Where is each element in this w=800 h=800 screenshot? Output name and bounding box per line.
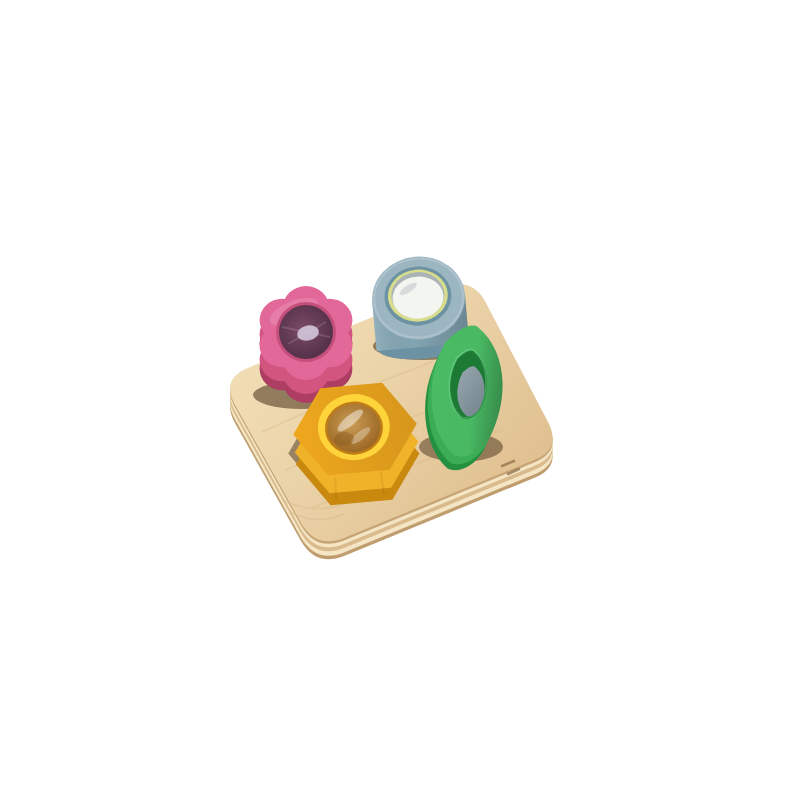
photo-canvas: [0, 0, 800, 800]
product-photo: [0, 0, 800, 800]
flower-block: [260, 286, 353, 403]
